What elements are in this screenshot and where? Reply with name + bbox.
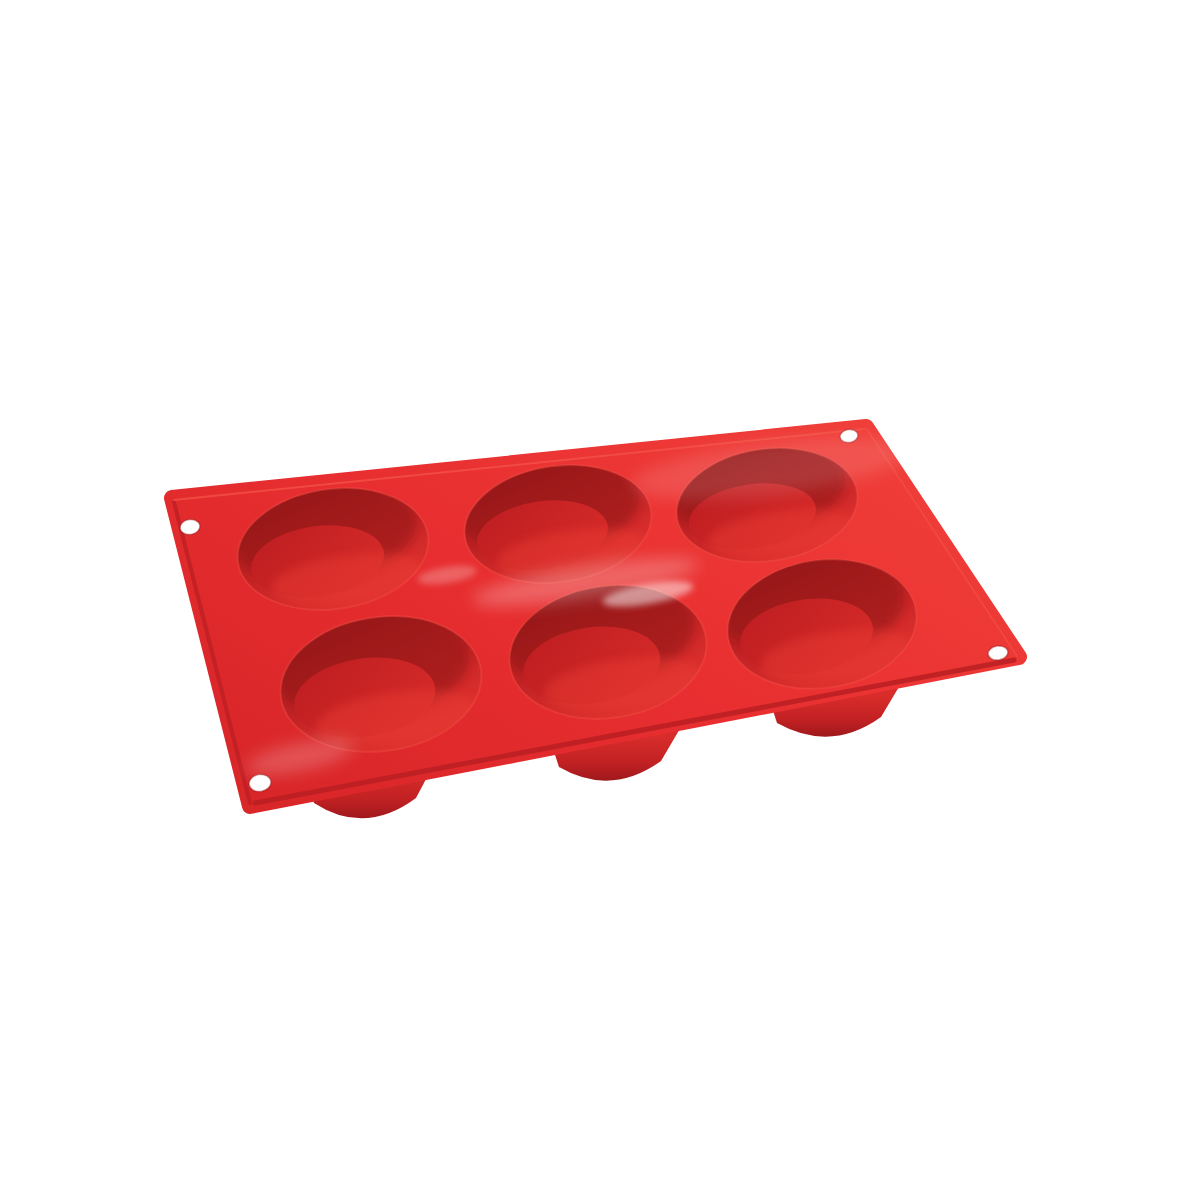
product-photo	[0, 0, 1200, 1200]
muffin-mold-illustration	[0, 0, 1200, 1200]
